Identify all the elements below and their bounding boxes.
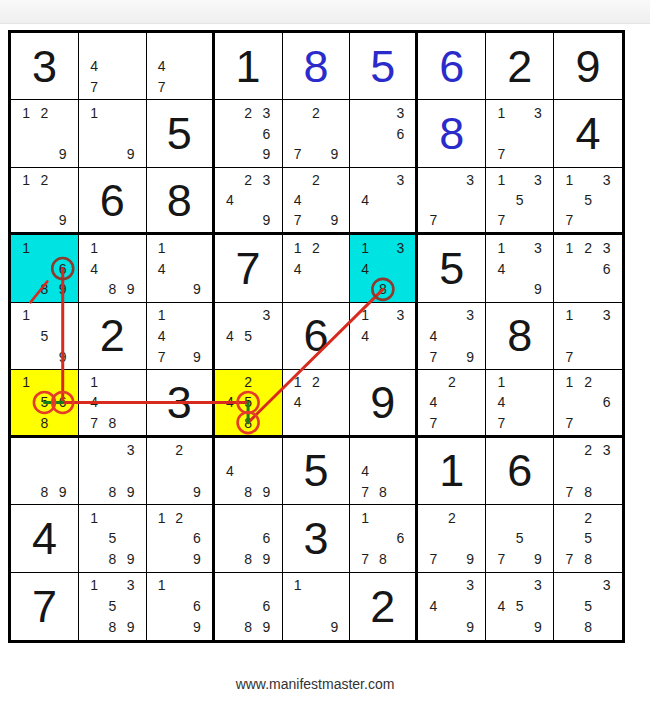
cell-r9c9[interactable]: 358 bbox=[554, 573, 622, 640]
candidate-empty bbox=[121, 460, 139, 481]
candidate-7: 7 bbox=[560, 413, 579, 433]
candidate-grid: 1267 bbox=[554, 370, 622, 434]
candidate-8: 8 bbox=[374, 549, 392, 570]
candidate-9: 9 bbox=[121, 481, 139, 502]
cell-r3c5[interactable]: 2479 bbox=[283, 168, 351, 235]
candidate-empty bbox=[325, 237, 343, 258]
candidate-empty bbox=[35, 305, 53, 326]
candidate-3: 3 bbox=[257, 170, 275, 190]
given-digit: 7 bbox=[32, 584, 57, 629]
candidate-8: 8 bbox=[103, 413, 121, 433]
candidate-empty bbox=[424, 617, 442, 638]
candidate-grid: 47 bbox=[79, 33, 146, 99]
candidate-8: 8 bbox=[35, 481, 53, 502]
candidate-empty bbox=[356, 144, 374, 165]
given-digit: 3 bbox=[303, 516, 328, 561]
candidate-1: 1 bbox=[492, 372, 510, 392]
cell-r2c9[interactable]: 4 bbox=[554, 100, 622, 167]
candidate-empty bbox=[529, 190, 547, 210]
candidate-9: 9 bbox=[54, 279, 72, 300]
cell-r3c9[interactable]: 1357 bbox=[554, 168, 622, 235]
candidate-grid: 279 bbox=[418, 505, 485, 571]
candidate-7: 7 bbox=[424, 346, 442, 367]
candidate-empty bbox=[35, 440, 53, 461]
cell-r4c9[interactable]: 1236 bbox=[554, 235, 622, 302]
candidate-5: 5 bbox=[511, 596, 529, 617]
candidate-grid: 34 bbox=[350, 168, 415, 232]
candidate-empty bbox=[239, 528, 257, 549]
cell-r9c6[interactable]: 2 bbox=[350, 573, 418, 640]
given-digit: 2 bbox=[100, 313, 125, 358]
candidate-empty bbox=[511, 258, 529, 279]
candidate-empty bbox=[17, 440, 35, 461]
candidate-3: 3 bbox=[392, 237, 410, 258]
candidate-empty bbox=[103, 507, 121, 528]
candidate-6: 6 bbox=[392, 528, 410, 549]
candidate-empty bbox=[54, 305, 72, 326]
candidate-2: 2 bbox=[239, 102, 257, 123]
cell-r9c2[interactable]: 13589 bbox=[79, 573, 147, 640]
candidate-empty bbox=[511, 392, 529, 412]
candidate-6: 6 bbox=[54, 392, 72, 412]
candidate-empty bbox=[579, 170, 598, 190]
candidate-empty bbox=[257, 326, 275, 347]
candidate-empty bbox=[325, 170, 343, 190]
candidate-1: 1 bbox=[560, 372, 579, 392]
candidate-empty bbox=[121, 77, 139, 98]
candidate-empty bbox=[392, 440, 410, 461]
cell-r5c6[interactable]: 134 bbox=[350, 303, 418, 370]
cell-r2c8[interactable]: 137 bbox=[486, 100, 554, 167]
candidate-empty bbox=[35, 237, 53, 258]
candidate-empty bbox=[597, 549, 616, 570]
cell-r1c3[interactable]: 47 bbox=[147, 33, 215, 100]
candidate-empty bbox=[424, 528, 442, 549]
cell-r8c8[interactable]: 579 bbox=[486, 505, 554, 572]
cell-r6c6[interactable]: 9 bbox=[350, 370, 418, 437]
candidate-empty bbox=[289, 617, 307, 638]
candidate-grid: 137 bbox=[554, 303, 622, 369]
candidate-3: 3 bbox=[461, 575, 479, 596]
candidate-empty bbox=[54, 460, 72, 481]
candidate-9: 9 bbox=[529, 549, 547, 570]
candidate-9: 9 bbox=[54, 481, 72, 502]
candidate-empty bbox=[121, 102, 139, 123]
candidate-4: 4 bbox=[356, 460, 374, 481]
candidate-empty bbox=[461, 372, 479, 392]
cell-r1c4[interactable]: 1 bbox=[215, 33, 283, 100]
candidate-4: 4 bbox=[85, 56, 103, 77]
candidate-grid: 2369 bbox=[215, 100, 282, 166]
candidate-empty bbox=[239, 507, 257, 528]
candidate-1: 1 bbox=[153, 237, 171, 258]
candidate-empty bbox=[492, 617, 510, 638]
candidate-empty bbox=[529, 210, 547, 230]
candidate-grid: 689 bbox=[215, 573, 282, 640]
cell-r8c3[interactable]: 1269 bbox=[147, 505, 215, 572]
cell-r7c1[interactable]: 89 bbox=[11, 438, 79, 505]
top-bar bbox=[0, 0, 650, 24]
candidate-3: 3 bbox=[257, 305, 275, 326]
candidate-7: 7 bbox=[492, 144, 510, 165]
cell-r5c2[interactable]: 2 bbox=[79, 303, 147, 370]
cell-r7c9[interactable]: 2378 bbox=[554, 438, 622, 505]
candidate-empty bbox=[289, 123, 307, 144]
candidate-empty bbox=[221, 549, 239, 570]
candidate-empty bbox=[17, 258, 35, 279]
cell-r8c5[interactable]: 3 bbox=[283, 505, 351, 572]
candidate-9: 9 bbox=[188, 279, 206, 300]
candidate-empty bbox=[221, 144, 239, 165]
given-digit: 5 bbox=[167, 111, 192, 156]
candidate-1: 1 bbox=[289, 372, 307, 392]
candidate-empty bbox=[560, 326, 579, 347]
candidate-empty bbox=[85, 596, 103, 617]
candidate-grid: 2479 bbox=[283, 168, 350, 232]
cell-r5c7[interactable]: 3479 bbox=[418, 303, 486, 370]
candidate-7: 7 bbox=[85, 413, 103, 433]
candidate-empty bbox=[461, 507, 479, 528]
cell-r6c4[interactable]: 2458 bbox=[215, 370, 283, 437]
candidate-empty bbox=[529, 507, 547, 528]
candidate-grid: 2349 bbox=[215, 168, 282, 232]
candidate-empty bbox=[35, 210, 53, 230]
candidate-grid: 489 bbox=[215, 438, 282, 504]
cell-r8c6[interactable]: 1678 bbox=[350, 505, 418, 572]
candidate-empty bbox=[257, 190, 275, 210]
candidate-empty bbox=[239, 144, 257, 165]
cell-r8c1[interactable]: 4 bbox=[11, 505, 79, 572]
candidate-empty bbox=[392, 326, 410, 347]
candidate-empty bbox=[392, 460, 410, 481]
cell-r1c1[interactable]: 3 bbox=[11, 33, 79, 100]
candidate-empty bbox=[392, 549, 410, 570]
cell-r1c2[interactable]: 47 bbox=[79, 33, 147, 100]
candidate-empty bbox=[121, 413, 139, 433]
candidate-empty bbox=[54, 123, 72, 144]
given-digit: 3 bbox=[167, 380, 192, 425]
cell-r1c5[interactable]: 8 bbox=[283, 33, 351, 100]
candidate-empty bbox=[461, 528, 479, 549]
candidate-1: 1 bbox=[560, 305, 579, 326]
candidate-4: 4 bbox=[356, 258, 374, 279]
cell-r3c1[interactable]: 129 bbox=[11, 168, 79, 235]
candidate-grid: 2578 bbox=[554, 505, 622, 571]
candidate-empty bbox=[103, 237, 121, 258]
cell-r7c4[interactable]: 489 bbox=[215, 438, 283, 505]
candidate-empty bbox=[54, 102, 72, 123]
candidate-empty bbox=[307, 413, 325, 433]
candidate-4: 4 bbox=[289, 392, 307, 412]
candidate-1: 1 bbox=[85, 372, 103, 392]
candidate-empty bbox=[511, 102, 529, 123]
given-digit: 4 bbox=[576, 111, 601, 156]
candidate-empty bbox=[560, 617, 579, 638]
candidate-3: 3 bbox=[529, 102, 547, 123]
cell-r6c7[interactable]: 247 bbox=[418, 370, 486, 437]
candidate-empty bbox=[17, 413, 35, 433]
cell-r7c8[interactable]: 6 bbox=[486, 438, 554, 505]
candidate-empty bbox=[153, 460, 171, 481]
cell-r9c3[interactable]: 169 bbox=[147, 573, 215, 640]
candidate-empty bbox=[374, 237, 392, 258]
candidate-1: 1 bbox=[17, 170, 35, 190]
candidate-empty bbox=[529, 528, 547, 549]
candidate-empty bbox=[307, 190, 325, 210]
candidate-empty bbox=[374, 102, 392, 123]
candidate-4: 4 bbox=[492, 596, 510, 617]
cell-r4c2[interactable]: 1489 bbox=[79, 235, 147, 302]
candidate-empty bbox=[17, 210, 35, 230]
candidate-empty bbox=[17, 190, 35, 210]
cell-r4c8[interactable]: 1349 bbox=[486, 235, 554, 302]
candidate-empty bbox=[374, 528, 392, 549]
candidate-3: 3 bbox=[121, 440, 139, 461]
cell-r3c4[interactable]: 2349 bbox=[215, 168, 283, 235]
candidate-empty bbox=[221, 170, 239, 190]
candidate-grid: 1269 bbox=[147, 505, 212, 571]
candidate-empty bbox=[170, 346, 188, 367]
candidate-empty bbox=[221, 305, 239, 326]
cell-r9c7[interactable]: 349 bbox=[418, 573, 486, 640]
candidate-9: 9 bbox=[188, 549, 206, 570]
candidate-empty bbox=[579, 413, 598, 433]
candidate-empty bbox=[85, 144, 103, 165]
cell-r5c5[interactable]: 6 bbox=[283, 303, 351, 370]
cell-r6c8[interactable]: 147 bbox=[486, 370, 554, 437]
candidate-7: 7 bbox=[424, 413, 442, 433]
candidate-empty bbox=[597, 326, 616, 347]
cell-r2c7[interactable]: 8 bbox=[418, 100, 486, 167]
candidate-empty bbox=[307, 144, 325, 165]
candidate-empty bbox=[511, 549, 529, 570]
candidate-empty bbox=[579, 326, 598, 347]
candidate-empty bbox=[221, 507, 239, 528]
candidate-3: 3 bbox=[121, 575, 139, 596]
candidate-2: 2 bbox=[307, 170, 325, 190]
candidate-empty bbox=[121, 56, 139, 77]
candidate-empty bbox=[392, 279, 410, 300]
candidate-1: 1 bbox=[85, 507, 103, 528]
candidate-empty bbox=[103, 56, 121, 77]
candidate-1: 1 bbox=[560, 170, 579, 190]
candidate-empty bbox=[492, 279, 510, 300]
candidate-9: 9 bbox=[257, 617, 275, 638]
cell-r1c8[interactable]: 2 bbox=[486, 33, 554, 100]
candidate-1: 1 bbox=[17, 237, 35, 258]
cell-r3c6[interactable]: 34 bbox=[350, 168, 418, 235]
candidate-grid: 2378 bbox=[554, 438, 622, 504]
cell-r6c9[interactable]: 1267 bbox=[554, 370, 622, 437]
cell-r3c3[interactable]: 8 bbox=[147, 168, 215, 235]
candidate-1: 1 bbox=[17, 305, 35, 326]
cell-r1c6[interactable]: 5 bbox=[350, 33, 418, 100]
cell-r3c2[interactable]: 6 bbox=[79, 168, 147, 235]
cell-r7c5[interactable]: 5 bbox=[283, 438, 351, 505]
candidate-empty bbox=[35, 346, 53, 367]
cell-r2c4[interactable]: 2369 bbox=[215, 100, 283, 167]
candidate-6: 6 bbox=[188, 596, 206, 617]
candidate-empty bbox=[424, 507, 442, 528]
candidate-5: 5 bbox=[579, 528, 598, 549]
cell-r4c4[interactable]: 7 bbox=[215, 235, 283, 302]
candidate-empty bbox=[121, 372, 139, 392]
cell-r6c5[interactable]: 124 bbox=[283, 370, 351, 437]
cell-r4c1[interactable]: 1689 bbox=[11, 235, 79, 302]
cell-r2c6[interactable]: 36 bbox=[350, 100, 418, 167]
cell-r3c8[interactable]: 1357 bbox=[486, 168, 554, 235]
cell-r5c8[interactable]: 8 bbox=[486, 303, 554, 370]
candidate-empty bbox=[307, 258, 325, 279]
candidate-empty bbox=[239, 210, 257, 230]
candidate-empty bbox=[597, 279, 616, 300]
given-digit: 6 bbox=[100, 178, 125, 223]
cell-r9c5[interactable]: 19 bbox=[283, 573, 351, 640]
cell-r8c7[interactable]: 279 bbox=[418, 505, 486, 572]
candidate-6: 6 bbox=[188, 528, 206, 549]
cell-r9c8[interactable]: 3459 bbox=[486, 573, 554, 640]
cell-r2c3[interactable]: 5 bbox=[147, 100, 215, 167]
candidate-2: 2 bbox=[307, 237, 325, 258]
candidate-grid: 2458 bbox=[215, 370, 282, 434]
candidate-empty bbox=[356, 210, 374, 230]
candidate-empty bbox=[221, 440, 239, 461]
cell-r4c3[interactable]: 149 bbox=[147, 235, 215, 302]
cell-r7c7[interactable]: 1 bbox=[418, 438, 486, 505]
cell-r5c9[interactable]: 137 bbox=[554, 303, 622, 370]
candidate-8: 8 bbox=[35, 413, 53, 433]
candidate-2: 2 bbox=[579, 372, 598, 392]
candidate-4: 4 bbox=[153, 258, 171, 279]
candidate-empty bbox=[257, 372, 275, 392]
given-digit: 6 bbox=[507, 448, 532, 493]
candidate-8: 8 bbox=[103, 481, 121, 502]
cell-r6c1[interactable]: 1568 bbox=[11, 370, 79, 437]
candidate-empty bbox=[170, 35, 188, 56]
candidate-empty bbox=[325, 413, 343, 433]
candidate-empty bbox=[560, 528, 579, 549]
candidate-1: 1 bbox=[356, 305, 374, 326]
cell-r7c2[interactable]: 389 bbox=[79, 438, 147, 505]
candidate-grid: 129 bbox=[11, 168, 78, 232]
candidate-3: 3 bbox=[392, 102, 410, 123]
candidate-6: 6 bbox=[257, 123, 275, 144]
candidate-5: 5 bbox=[239, 326, 257, 347]
candidate-empty bbox=[54, 237, 72, 258]
candidate-empty bbox=[443, 549, 461, 570]
cell-r8c2[interactable]: 1589 bbox=[79, 505, 147, 572]
candidate-5: 5 bbox=[511, 528, 529, 549]
cell-r9c4[interactable]: 689 bbox=[215, 573, 283, 640]
candidate-6: 6 bbox=[257, 528, 275, 549]
candidate-grid: 124 bbox=[283, 370, 350, 434]
candidate-empty bbox=[374, 258, 392, 279]
candidate-empty bbox=[597, 481, 616, 502]
candidate-empty bbox=[443, 575, 461, 596]
candidate-3: 3 bbox=[597, 575, 616, 596]
candidate-4: 4 bbox=[356, 326, 374, 347]
candidate-7: 7 bbox=[289, 144, 307, 165]
cell-r4c7[interactable]: 5 bbox=[418, 235, 486, 302]
candidate-3: 3 bbox=[392, 305, 410, 326]
candidate-9: 9 bbox=[461, 617, 479, 638]
cell-r8c4[interactable]: 689 bbox=[215, 505, 283, 572]
candidate-empty bbox=[424, 575, 442, 596]
candidate-empty bbox=[392, 190, 410, 210]
candidate-empty bbox=[103, 372, 121, 392]
cell-r5c4[interactable]: 345 bbox=[215, 303, 283, 370]
candidate-2: 2 bbox=[443, 507, 461, 528]
candidate-empty bbox=[188, 575, 206, 596]
candidate-empty bbox=[597, 528, 616, 549]
candidate-empty bbox=[529, 144, 547, 165]
candidate-empty bbox=[103, 77, 121, 98]
cell-r2c2[interactable]: 19 bbox=[79, 100, 147, 167]
candidate-empty bbox=[443, 528, 461, 549]
given-digit: 5 bbox=[439, 246, 464, 291]
candidate-empty bbox=[188, 440, 206, 461]
cell-r3c7[interactable]: 37 bbox=[418, 168, 486, 235]
cell-r8c9[interactable]: 2578 bbox=[554, 505, 622, 572]
candidate-9: 9 bbox=[121, 617, 139, 638]
cell-r2c5[interactable]: 279 bbox=[283, 100, 351, 167]
candidate-grid: 1236 bbox=[554, 235, 622, 301]
candidate-empty bbox=[153, 440, 171, 461]
candidate-empty bbox=[461, 210, 479, 230]
cell-r1c7[interactable]: 6 bbox=[418, 33, 486, 100]
candidate-empty bbox=[597, 210, 616, 230]
cell-r5c1[interactable]: 159 bbox=[11, 303, 79, 370]
candidate-empty bbox=[374, 123, 392, 144]
given-digit: 1 bbox=[236, 44, 261, 89]
candidate-empty bbox=[54, 440, 72, 461]
cell-r4c5[interactable]: 124 bbox=[283, 235, 351, 302]
candidate-empty bbox=[392, 481, 410, 502]
candidate-empty bbox=[356, 279, 374, 300]
candidate-empty bbox=[424, 372, 442, 392]
candidate-8: 8 bbox=[579, 481, 598, 502]
candidate-empty bbox=[356, 123, 374, 144]
cell-r6c2[interactable]: 1478 bbox=[79, 370, 147, 437]
candidate-empty bbox=[597, 617, 616, 638]
candidate-empty bbox=[325, 392, 343, 412]
cell-r6c3[interactable]: 3 bbox=[147, 370, 215, 437]
cell-r9c1[interactable]: 7 bbox=[11, 573, 79, 640]
candidate-grid: 349 bbox=[418, 573, 485, 640]
candidate-empty bbox=[325, 372, 343, 392]
candidate-empty bbox=[392, 144, 410, 165]
candidate-grid: 1357 bbox=[554, 168, 622, 232]
candidate-empty bbox=[170, 596, 188, 617]
cell-r2c1[interactable]: 129 bbox=[11, 100, 79, 167]
cell-r7c3[interactable]: 29 bbox=[147, 438, 215, 505]
candidate-empty bbox=[374, 305, 392, 326]
candidate-empty bbox=[325, 596, 343, 617]
cell-r1c9[interactable]: 9 bbox=[554, 33, 622, 100]
candidate-empty bbox=[188, 326, 206, 347]
candidate-empty bbox=[221, 102, 239, 123]
cell-r4c6[interactable]: 1348 bbox=[350, 235, 418, 302]
candidate-4: 4 bbox=[85, 258, 103, 279]
candidate-empty bbox=[188, 305, 206, 326]
candidate-empty bbox=[325, 102, 343, 123]
candidate-2: 2 bbox=[579, 440, 598, 461]
candidate-empty bbox=[153, 528, 171, 549]
candidate-empty bbox=[103, 440, 121, 461]
candidate-grid: 1357 bbox=[486, 168, 553, 232]
cell-r5c3[interactable]: 1479 bbox=[147, 303, 215, 370]
cell-r7c6[interactable]: 478 bbox=[350, 438, 418, 505]
